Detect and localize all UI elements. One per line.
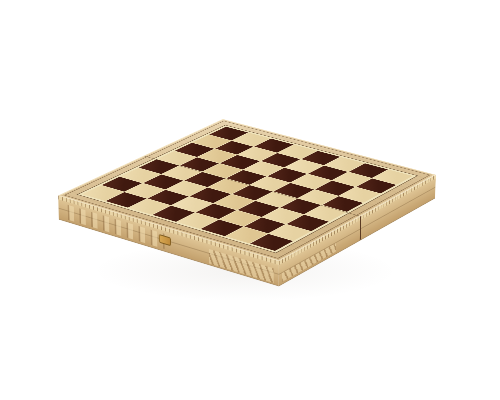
square-b1: [269, 224, 311, 240]
square-f1: [340, 187, 380, 202]
square-c5: [190, 188, 231, 203]
square-e2: [298, 190, 338, 205]
square-a3: [201, 220, 243, 236]
square-b7: [125, 183, 166, 198]
square-d1: [305, 206, 346, 222]
square-a7: [105, 192, 146, 207]
fold-seam-edge: [360, 216, 362, 240]
square-a1: [250, 234, 292, 251]
square-b2: [244, 217, 286, 233]
square-a5: [152, 206, 193, 222]
square-b5: [171, 197, 212, 213]
square-c4: [214, 194, 255, 210]
product-photo-scene: Open folding wooden chessboard, empty wi…: [0, 0, 500, 400]
square-a8: [82, 186, 123, 201]
square-a6: [129, 199, 170, 215]
square-d4: [232, 185, 272, 200]
square-c3: [238, 201, 279, 217]
square-b6: [148, 190, 189, 205]
square-e3: [274, 183, 314, 198]
square-e1: [322, 196, 363, 212]
square-b4: [195, 203, 236, 219]
square-a2: [225, 227, 267, 244]
square-a4: [176, 213, 218, 229]
square-c2: [262, 208, 303, 224]
square-c1: [287, 215, 328, 231]
square-b3: [220, 210, 261, 226]
square-d2: [280, 199, 321, 215]
square-d3: [256, 192, 297, 207]
